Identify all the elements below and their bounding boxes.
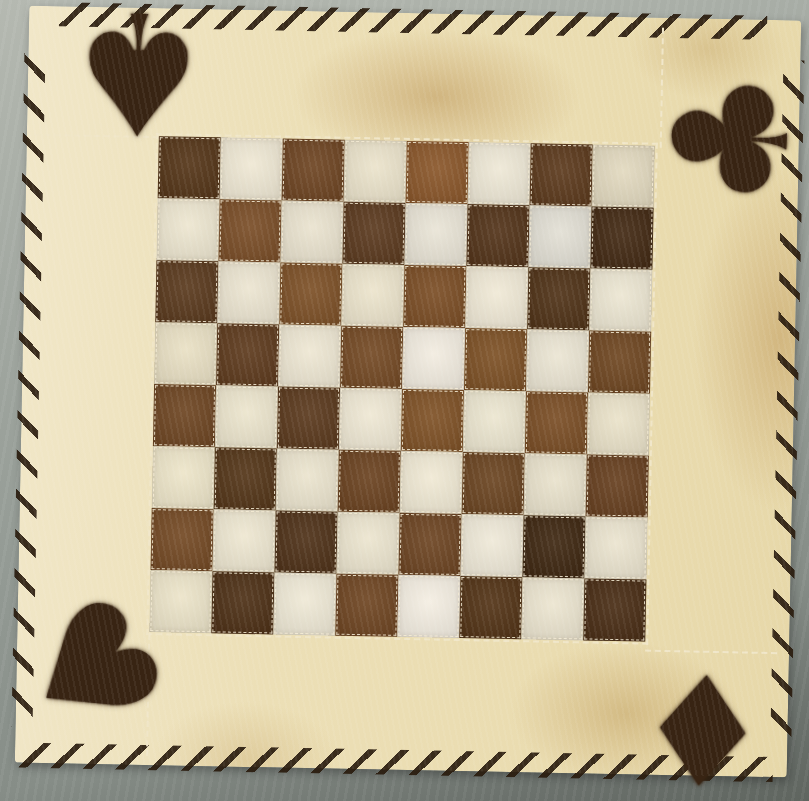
board-square <box>338 450 401 513</box>
board-square <box>397 575 460 638</box>
board-square <box>214 447 277 510</box>
spade-icon: ♠ <box>51 0 224 158</box>
diamond-glyph: ♦ <box>629 653 776 801</box>
board-square <box>217 261 280 324</box>
cowhide-mat: ♠ ♣ ♥ ♦ <box>15 6 801 778</box>
board-square <box>462 452 525 515</box>
board-square <box>583 578 646 641</box>
board-square <box>275 510 338 573</box>
board-square <box>528 205 591 268</box>
board-square <box>589 268 652 331</box>
diamond-icon: ♦ <box>616 647 789 801</box>
board-square <box>403 265 466 328</box>
board-square <box>526 329 589 392</box>
board-square <box>400 451 463 514</box>
board-square <box>530 143 593 206</box>
board-square <box>463 390 526 453</box>
board-square <box>218 199 281 262</box>
board-square <box>280 201 343 264</box>
board-square <box>341 264 404 327</box>
board-square <box>465 266 528 329</box>
board-square <box>460 514 523 577</box>
board-square <box>151 508 214 571</box>
board-square <box>522 515 585 578</box>
board-square <box>466 204 529 267</box>
board-square <box>276 448 339 511</box>
board-square <box>278 325 341 388</box>
board-square <box>587 392 650 455</box>
heart-icon: ♥ <box>3 582 176 755</box>
board-square <box>590 206 653 269</box>
board-square <box>586 454 649 517</box>
heart-glyph: ♥ <box>0 571 189 766</box>
board-square <box>155 260 218 323</box>
board-square <box>153 384 216 447</box>
board-square <box>342 202 405 265</box>
board-square <box>152 446 215 509</box>
board-square <box>335 574 398 637</box>
board-square <box>213 509 276 572</box>
board-square <box>464 328 527 391</box>
board-square <box>340 326 403 389</box>
board-square <box>588 330 651 393</box>
board-square <box>277 387 340 450</box>
checkerboard <box>149 136 654 641</box>
board-square <box>215 385 278 448</box>
board-square <box>336 512 399 575</box>
board-square <box>527 267 590 330</box>
board-square <box>398 513 461 576</box>
board-square <box>154 322 217 385</box>
board-square <box>459 576 522 639</box>
board-square <box>468 142 531 205</box>
board-square <box>344 140 407 203</box>
board-square <box>521 577 584 640</box>
board-square <box>406 141 469 204</box>
board-square <box>220 137 283 200</box>
board-square <box>401 389 464 452</box>
spade-glyph: ♠ <box>61 0 215 157</box>
board-square <box>404 203 467 266</box>
board-square <box>584 516 647 579</box>
board-square <box>525 391 588 454</box>
club-glyph: ♣ <box>649 63 809 213</box>
board-square <box>273 572 336 635</box>
board-square <box>282 139 345 202</box>
board-square <box>156 198 219 261</box>
board-square <box>339 388 402 451</box>
board-square <box>216 323 279 386</box>
board-square <box>211 571 274 634</box>
club-icon: ♣ <box>645 52 809 225</box>
board-square <box>402 327 465 390</box>
photo-background: ♠ ♣ ♥ ♦ <box>0 0 809 801</box>
board-square <box>524 453 587 516</box>
board-square <box>279 263 342 326</box>
